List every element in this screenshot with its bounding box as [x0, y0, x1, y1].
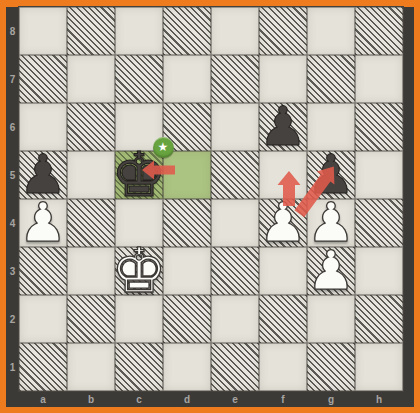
rank-label-3: 3: [6, 247, 19, 295]
square-g1[interactable]: [307, 343, 355, 391]
square-h3[interactable]: [355, 247, 403, 295]
square-b1[interactable]: [67, 343, 115, 391]
square-d2[interactable]: [163, 295, 211, 343]
square-b2[interactable]: [67, 295, 115, 343]
square-h5[interactable]: [355, 151, 403, 199]
square-b8[interactable]: [67, 7, 115, 55]
square-h1[interactable]: [355, 343, 403, 391]
star-icon: ★: [158, 141, 169, 153]
square-g7[interactable]: [307, 55, 355, 103]
rank-label-5: 5: [6, 151, 19, 199]
square-h6[interactable]: [355, 103, 403, 151]
square-d5[interactable]: [163, 151, 211, 199]
rank-labels: 87654321: [6, 7, 19, 391]
file-label-a: a: [19, 391, 67, 407]
square-c3[interactable]: ♚: [115, 247, 163, 295]
rank-label-4: 4: [6, 199, 19, 247]
file-label-d: d: [163, 391, 211, 407]
square-e3[interactable]: [211, 247, 259, 295]
square-f6[interactable]: ♟: [259, 103, 307, 151]
square-d4[interactable]: [163, 199, 211, 247]
file-label-h: h: [355, 391, 403, 407]
square-a3[interactable]: [19, 247, 67, 295]
white-pawn[interactable]: ♟: [259, 196, 307, 250]
square-c1[interactable]: [115, 343, 163, 391]
file-label-f: f: [259, 391, 307, 407]
square-c5[interactable]: ♚: [115, 151, 163, 199]
square-h8[interactable]: [355, 7, 403, 55]
square-a1[interactable]: [19, 343, 67, 391]
square-a2[interactable]: [19, 295, 67, 343]
white-king[interactable]: ♚: [111, 240, 167, 302]
square-g2[interactable]: [307, 295, 355, 343]
square-f2[interactable]: [259, 295, 307, 343]
square-e7[interactable]: [211, 55, 259, 103]
square-b6[interactable]: [67, 103, 115, 151]
square-e4[interactable]: [211, 199, 259, 247]
square-f1[interactable]: [259, 343, 307, 391]
rank-label-1: 1: [6, 343, 19, 391]
square-d8[interactable]: [163, 7, 211, 55]
rank-label-2: 2: [6, 295, 19, 343]
square-c7[interactable]: [115, 55, 163, 103]
square-f4[interactable]: ♟: [259, 199, 307, 247]
square-e6[interactable]: [211, 103, 259, 151]
file-label-e: e: [211, 391, 259, 407]
chess-app-screen: 87654321 ♟♟♚♟♟♟♟♚♟ ★ abcdefgh: [0, 0, 420, 413]
square-e1[interactable]: [211, 343, 259, 391]
square-d1[interactable]: [163, 343, 211, 391]
file-label-g: g: [307, 391, 355, 407]
rank-label-7: 7: [6, 55, 19, 103]
file-label-c: c: [115, 391, 163, 407]
square-e8[interactable]: [211, 7, 259, 55]
white-pawn[interactable]: ♟: [307, 244, 355, 298]
chess-board[interactable]: ♟♟♚♟♟♟♟♚♟: [19, 7, 403, 391]
square-b7[interactable]: [67, 55, 115, 103]
square-c8[interactable]: [115, 7, 163, 55]
square-e5[interactable]: [211, 151, 259, 199]
square-a8[interactable]: [19, 7, 67, 55]
square-f3[interactable]: [259, 247, 307, 295]
square-d3[interactable]: [163, 247, 211, 295]
square-h2[interactable]: [355, 295, 403, 343]
file-labels: abcdefgh: [19, 391, 403, 407]
board-frame: 87654321 ♟♟♚♟♟♟♟♚♟ ★ abcdefgh: [6, 7, 414, 407]
square-b5[interactable]: [67, 151, 115, 199]
square-h7[interactable]: [355, 55, 403, 103]
square-a4[interactable]: ♟: [19, 199, 67, 247]
square-g8[interactable]: [307, 7, 355, 55]
black-pawn[interactable]: ♟: [259, 100, 307, 154]
square-g3[interactable]: ♟: [307, 247, 355, 295]
white-pawn[interactable]: ♟: [19, 196, 67, 250]
square-h4[interactable]: [355, 199, 403, 247]
star-badge: ★: [153, 137, 174, 158]
square-d7[interactable]: [163, 55, 211, 103]
square-a7[interactable]: [19, 55, 67, 103]
square-b4[interactable]: [67, 199, 115, 247]
rank-label-6: 6: [6, 103, 19, 151]
rank-label-8: 8: [6, 7, 19, 55]
square-b3[interactable]: [67, 247, 115, 295]
file-label-b: b: [67, 391, 115, 407]
square-f8[interactable]: [259, 7, 307, 55]
square-e2[interactable]: [211, 295, 259, 343]
